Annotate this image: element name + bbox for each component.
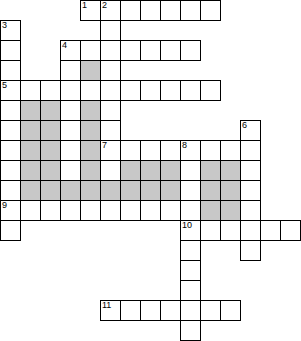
shaded-cell-r9c4 — [80, 180, 101, 201]
answer-cell-r7c12[interactable] — [240, 140, 261, 161]
shaded-cell-r5c4 — [80, 100, 101, 121]
answer-cell-r7c7[interactable] — [140, 140, 161, 161]
answer-cell-r15c6[interactable] — [120, 300, 141, 321]
answer-cell-r0c7[interactable] — [140, 0, 161, 21]
answer-cell-r11c11[interactable] — [220, 220, 241, 241]
answer-cell-r9c9[interactable] — [180, 180, 201, 201]
answer-cell-r1c0[interactable] — [0, 20, 21, 41]
shaded-cell-r9c7 — [140, 180, 161, 201]
answer-cell-r14c9[interactable] — [180, 280, 201, 301]
answer-cell-r15c5[interactable] — [100, 300, 121, 321]
answer-cell-r10c9[interactable] — [180, 200, 201, 221]
answer-cell-r2c4[interactable] — [80, 40, 101, 61]
answer-cell-r2c7[interactable] — [140, 40, 161, 61]
answer-cell-r10c12[interactable] — [240, 200, 261, 221]
answer-cell-r0c4[interactable] — [80, 0, 101, 21]
shaded-cell-r8c11 — [220, 160, 241, 181]
answer-cell-r7c8[interactable] — [160, 140, 181, 161]
answer-cell-r4c10[interactable] — [200, 80, 221, 101]
answer-cell-r10c7[interactable] — [140, 200, 161, 221]
answer-cell-r7c11[interactable] — [220, 140, 241, 161]
shaded-cell-r6c4 — [80, 120, 101, 141]
answer-cell-r11c0[interactable] — [0, 220, 21, 241]
shaded-cell-r6c2 — [40, 120, 61, 141]
answer-cell-r15c9[interactable] — [180, 300, 201, 321]
answer-cell-r8c5[interactable] — [100, 160, 121, 181]
answer-cell-r5c5[interactable] — [100, 100, 121, 121]
answer-cell-r10c5[interactable] — [100, 200, 121, 221]
answer-cell-r8c9[interactable] — [180, 160, 201, 181]
shaded-cell-r9c11 — [220, 180, 241, 201]
answer-cell-r11c14[interactable] — [280, 220, 301, 241]
shaded-cell-r10c10 — [200, 200, 221, 221]
answer-cell-r4c7[interactable] — [140, 80, 161, 101]
answer-cell-r3c5[interactable] — [100, 60, 121, 81]
answer-cell-r9c12[interactable] — [240, 180, 261, 201]
answer-cell-r15c11[interactable] — [220, 300, 241, 321]
answer-cell-r10c8[interactable] — [160, 200, 181, 221]
crossword-board: 1234567891011 — [0, 0, 301, 341]
answer-cell-r10c1[interactable] — [20, 200, 41, 221]
answer-cell-r4c0[interactable] — [0, 80, 21, 101]
answer-cell-r13c9[interactable] — [180, 260, 201, 281]
shaded-cell-r9c1 — [20, 180, 41, 201]
shaded-cell-r8c4 — [80, 160, 101, 181]
answer-cell-r4c4[interactable] — [80, 80, 101, 101]
answer-cell-r10c6[interactable] — [120, 200, 141, 221]
shaded-cell-r7c4 — [80, 140, 101, 161]
answer-cell-r7c10[interactable] — [200, 140, 221, 161]
answer-cell-r7c5[interactable] — [100, 140, 121, 161]
shaded-cell-r6c1 — [20, 120, 41, 141]
shaded-cell-r5c2 — [40, 100, 61, 121]
answer-cell-r7c6[interactable] — [120, 140, 141, 161]
answer-cell-r10c2[interactable] — [40, 200, 61, 221]
answer-cell-r2c3[interactable] — [60, 40, 81, 61]
answer-cell-r10c0[interactable] — [0, 200, 21, 221]
answer-cell-r8c0[interactable] — [0, 160, 21, 181]
answer-cell-r4c9[interactable] — [180, 80, 201, 101]
answer-cell-r4c5[interactable] — [100, 80, 121, 101]
answer-cell-r6c3[interactable] — [60, 120, 81, 141]
shaded-cell-r9c3 — [60, 180, 81, 201]
answer-cell-r6c5[interactable] — [100, 120, 121, 141]
shaded-cell-r9c5 — [100, 180, 121, 201]
shaded-cell-r8c7 — [140, 160, 161, 181]
shaded-cell-r8c10 — [200, 160, 221, 181]
answer-cell-r15c10[interactable] — [200, 300, 221, 321]
answer-cell-r6c12[interactable] — [240, 120, 261, 141]
answer-cell-r2c6[interactable] — [120, 40, 141, 61]
answer-cell-r7c9[interactable] — [180, 140, 201, 161]
answer-cell-r6c0[interactable] — [0, 120, 21, 141]
answer-cell-r16c9[interactable] — [180, 320, 201, 341]
shaded-cell-r8c8 — [160, 160, 181, 181]
shaded-cell-r8c2 — [40, 160, 61, 181]
shaded-cell-r5c1 — [20, 100, 41, 121]
shaded-cell-r9c6 — [120, 180, 141, 201]
answer-cell-r3c3[interactable] — [60, 60, 81, 81]
shaded-cell-r8c6 — [120, 160, 141, 181]
answer-cell-r2c5[interactable] — [100, 40, 121, 61]
answer-cell-r12c9[interactable] — [180, 240, 201, 261]
answer-cell-r8c12[interactable] — [240, 160, 261, 181]
shaded-cell-r9c2 — [40, 180, 61, 201]
answer-cell-r0c5[interactable] — [100, 0, 121, 21]
answer-cell-r10c3[interactable] — [60, 200, 81, 221]
answer-cell-r4c6[interactable] — [120, 80, 141, 101]
answer-cell-r2c9[interactable] — [180, 40, 201, 61]
shaded-cell-r3c4 — [80, 60, 101, 81]
answer-cell-r4c8[interactable] — [160, 80, 181, 101]
shaded-cell-r9c8 — [160, 180, 181, 201]
shaded-cell-r8c1 — [20, 160, 41, 181]
answer-cell-r11c10[interactable] — [200, 220, 221, 241]
answer-cell-r5c3[interactable] — [60, 100, 81, 121]
answer-cell-r15c7[interactable] — [140, 300, 161, 321]
answer-cell-r9c0[interactable] — [0, 180, 21, 201]
answer-cell-r8c3[interactable] — [60, 160, 81, 181]
answer-cell-r2c8[interactable] — [160, 40, 181, 61]
answer-cell-r11c9[interactable] — [180, 220, 201, 241]
answer-cell-r11c13[interactable] — [260, 220, 281, 241]
shaded-cell-r7c1 — [20, 140, 41, 161]
answer-cell-r3c0[interactable] — [0, 60, 21, 81]
answer-cell-r7c0[interactable] — [0, 140, 21, 161]
answer-cell-r10c4[interactable] — [80, 200, 101, 221]
shaded-cell-r10c11 — [220, 200, 241, 221]
answer-cell-r4c1[interactable] — [20, 80, 41, 101]
answer-cell-r15c8[interactable] — [160, 300, 181, 321]
answer-cell-r4c3[interactable] — [60, 80, 81, 101]
shaded-cell-r9c10 — [200, 180, 221, 201]
answer-cell-r2c0[interactable] — [0, 40, 21, 61]
answer-cell-r1c5[interactable] — [100, 20, 121, 41]
answer-cell-r11c12[interactable] — [240, 220, 261, 241]
answer-cell-r7c3[interactable] — [60, 140, 81, 161]
answer-cell-r4c2[interactable] — [40, 80, 61, 101]
answer-cell-r0c6[interactable] — [120, 0, 141, 21]
answer-cell-r0c8[interactable] — [160, 0, 181, 21]
answer-cell-r0c10[interactable] — [200, 0, 221, 21]
answer-cell-r12c12[interactable] — [240, 240, 261, 261]
answer-cell-r0c9[interactable] — [180, 0, 201, 21]
answer-cell-r5c0[interactable] — [0, 100, 21, 121]
shaded-cell-r7c2 — [40, 140, 61, 161]
